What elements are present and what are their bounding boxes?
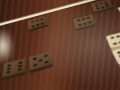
pip-dot bbox=[117, 51, 120, 54]
pip-dot bbox=[116, 35, 120, 37]
pip-dot bbox=[119, 41, 120, 43]
pip-pattern bbox=[94, 1, 111, 11]
pip-dot bbox=[8, 64, 11, 67]
pip-dot bbox=[39, 59, 42, 62]
pip-dot bbox=[119, 55, 120, 58]
pip-dot bbox=[45, 61, 48, 64]
pip-dot bbox=[88, 22, 91, 24]
pip-dot bbox=[7, 68, 10, 71]
pip-empty bbox=[112, 40, 116, 42]
tile-dark-5pip[interactable] bbox=[29, 51, 53, 70]
pip-dot bbox=[36, 24, 39, 26]
board-perspective-wrapper bbox=[0, 0, 120, 90]
pip-dot bbox=[18, 65, 21, 68]
tile-dark-8pip[interactable] bbox=[91, 0, 113, 12]
pip-dot bbox=[101, 7, 104, 9]
pip-dot bbox=[41, 23, 44, 25]
pip-dot bbox=[19, 61, 22, 63]
pip-pattern bbox=[109, 33, 120, 46]
pip-dot bbox=[18, 68, 21, 71]
pip-empty bbox=[45, 58, 48, 61]
pip-empty bbox=[13, 66, 16, 69]
tile-light-2pip[interactable] bbox=[117, 2, 120, 16]
board-edge-highlight bbox=[0, 28, 14, 64]
photo-frame: Mijnlieff-style wooden pip-tile abstract… bbox=[0, 0, 120, 90]
board-scene bbox=[0, 0, 120, 90]
pip-dot bbox=[34, 64, 37, 67]
pip-dot bbox=[78, 24, 81, 26]
pip-dot bbox=[97, 8, 100, 10]
tile-dark-6pip[interactable] bbox=[73, 14, 96, 28]
pip-dot bbox=[7, 71, 10, 74]
pip-dot bbox=[106, 5, 109, 7]
pip-empty bbox=[118, 38, 120, 40]
pip-dot bbox=[111, 37, 115, 39]
board bbox=[0, 0, 120, 90]
pip-dot bbox=[113, 43, 117, 45]
pip-empty bbox=[33, 61, 36, 64]
pip-dot bbox=[83, 23, 86, 25]
tile-light-6pip[interactable] bbox=[106, 31, 120, 49]
pip-pattern bbox=[32, 53, 50, 67]
pip-pattern bbox=[115, 47, 120, 62]
pip-empty bbox=[12, 70, 15, 73]
pip-pattern bbox=[76, 16, 93, 27]
pip-empty bbox=[39, 62, 42, 65]
tile-dark-6pip[interactable] bbox=[28, 16, 48, 30]
pip-dot bbox=[32, 25, 35, 27]
pip-pattern bbox=[30, 18, 45, 28]
